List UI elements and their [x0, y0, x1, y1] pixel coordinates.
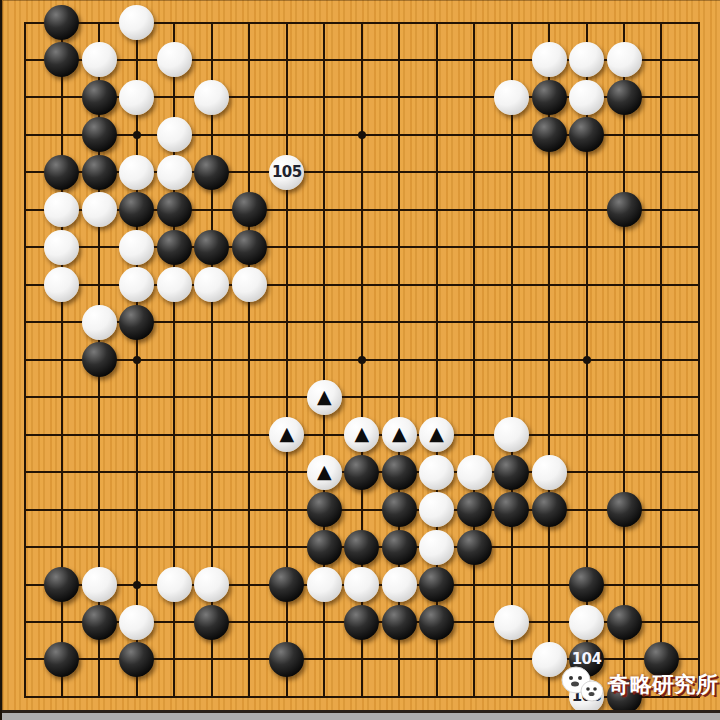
- grid-line-horizontal: [24, 396, 700, 398]
- go-stone-white: [494, 80, 529, 115]
- go-stone-white: ▲: [419, 417, 454, 452]
- go-stone-white: [194, 267, 229, 302]
- grid-line-horizontal: [24, 509, 700, 511]
- grid-line-vertical: [660, 22, 662, 698]
- go-stone-black: [194, 605, 229, 640]
- go-stone-black: [44, 567, 79, 602]
- go-stone-white: [44, 230, 79, 265]
- go-stone-black: [419, 567, 454, 602]
- go-stone-black: [494, 455, 529, 490]
- go-stone-white: [119, 80, 154, 115]
- go-stone-black: [44, 642, 79, 677]
- go-stone-black: [157, 230, 192, 265]
- go-stone-black: [119, 642, 154, 677]
- go-stone-black: [44, 155, 79, 190]
- go-stone-black: [232, 192, 267, 227]
- go-stone-black: [82, 80, 117, 115]
- go-stone-white: [532, 42, 567, 77]
- go-stone-white: [157, 117, 192, 152]
- star-point: [133, 581, 141, 589]
- triangle-marker: ▲: [392, 424, 407, 443]
- star-point: [133, 131, 141, 139]
- go-stone-black: [382, 455, 417, 490]
- go-stone-black: [194, 155, 229, 190]
- triangle-marker: ▲: [317, 387, 332, 406]
- go-stone-white: [419, 455, 454, 490]
- go-stone-white: [569, 42, 604, 77]
- go-stone-white: [44, 267, 79, 302]
- go-stone-white: [607, 42, 642, 77]
- go-stone-white: [382, 567, 417, 602]
- go-stone-white: ▲: [344, 417, 379, 452]
- go-stone-white: ▲: [307, 380, 342, 415]
- go-stone-white: [419, 530, 454, 565]
- go-stone-white: [194, 567, 229, 602]
- go-stone-black: [269, 642, 304, 677]
- go-stone-white: [44, 192, 79, 227]
- go-stone-black: [119, 192, 154, 227]
- go-stone-white: [82, 192, 117, 227]
- go-stone-black: [44, 42, 79, 77]
- go-board-screenshot: 105▲▲▲▲▲▲104103 奇略研究所: [0, 0, 720, 720]
- go-stone-white: [157, 267, 192, 302]
- go-stone-black: [344, 530, 379, 565]
- go-stone-white: [494, 417, 529, 452]
- triangle-marker: ▲: [279, 424, 294, 443]
- triangle-marker: ▲: [317, 462, 332, 481]
- grid-line-vertical: [623, 22, 625, 698]
- go-stone-white: [344, 567, 379, 602]
- star-point: [133, 356, 141, 364]
- go-stone-white: [307, 567, 342, 602]
- go-stone-black: [307, 530, 342, 565]
- move-number-label: 104: [572, 652, 602, 667]
- go-stone-white: [232, 267, 267, 302]
- triangle-marker: ▲: [354, 424, 369, 443]
- go-stone-white: ▲: [269, 417, 304, 452]
- grid-line-vertical: [473, 22, 475, 698]
- go-stone-black: [644, 642, 679, 677]
- go-stone-black: [607, 80, 642, 115]
- go-stone-black: [457, 530, 492, 565]
- go-stone-white: [457, 455, 492, 490]
- go-stone-black: [194, 230, 229, 265]
- grid-line-vertical: [698, 22, 700, 698]
- go-stone-black: [532, 492, 567, 527]
- go-stone-white: ▲: [307, 455, 342, 490]
- triangle-marker: ▲: [429, 424, 444, 443]
- move-number-label: 103: [572, 689, 602, 704]
- go-stone-white: [157, 155, 192, 190]
- go-stone-black: [569, 117, 604, 152]
- go-stone-black: [157, 192, 192, 227]
- go-stone-black: [607, 492, 642, 527]
- go-stone-black: [82, 605, 117, 640]
- go-stone-black: [307, 492, 342, 527]
- go-stone-black: [569, 567, 604, 602]
- go-stone-white: ▲: [382, 417, 417, 452]
- go-stone-black: [494, 492, 529, 527]
- star-point: [358, 131, 366, 139]
- go-stone-black: [269, 567, 304, 602]
- go-stone-black: [532, 80, 567, 115]
- go-stone-black: [344, 605, 379, 640]
- go-stone-black: [82, 155, 117, 190]
- go-board: 105▲▲▲▲▲▲104103: [2, 0, 720, 712]
- go-stone-white: [157, 42, 192, 77]
- go-stone-black: [607, 192, 642, 227]
- screenshot-bottom-shadow: [2, 713, 720, 720]
- go-stone-white: [119, 155, 154, 190]
- go-stone-white: [419, 492, 454, 527]
- star-point: [358, 356, 366, 364]
- go-stone-white: [82, 42, 117, 77]
- go-stone-black: [44, 5, 79, 40]
- go-stone-black: [82, 117, 117, 152]
- go-stone-black: [382, 492, 417, 527]
- go-stone-white: [532, 455, 567, 490]
- go-stone-black: [532, 117, 567, 152]
- go-stone-black: [82, 342, 117, 377]
- move-number-label: 105: [272, 165, 302, 180]
- go-stone-white: [82, 567, 117, 602]
- go-stone-black: [382, 605, 417, 640]
- go-stone-white: [82, 305, 117, 340]
- go-stone-white: [157, 567, 192, 602]
- go-stone-white: [194, 80, 229, 115]
- go-stone-black: [419, 605, 454, 640]
- go-stone-white: [569, 80, 604, 115]
- go-stone-white: [569, 605, 604, 640]
- go-stone-black: 104: [569, 642, 604, 677]
- go-stone-white: [532, 642, 567, 677]
- go-stone-white: [119, 267, 154, 302]
- grid-line-vertical: [511, 22, 513, 698]
- go-stone-black: [119, 305, 154, 340]
- go-stone-black: [457, 492, 492, 527]
- go-stone-white: [119, 605, 154, 640]
- go-stone-black: [344, 455, 379, 490]
- go-stone-white: [119, 5, 154, 40]
- go-stone-black: [607, 605, 642, 640]
- star-point: [583, 356, 591, 364]
- go-stone-white: 105: [269, 155, 304, 190]
- go-stone-black: [382, 530, 417, 565]
- go-stone-black: [232, 230, 267, 265]
- go-stone-white: [494, 605, 529, 640]
- go-stone-white: [119, 230, 154, 265]
